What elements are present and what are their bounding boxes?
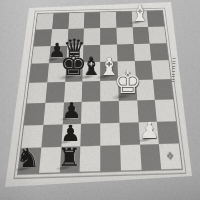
piece-black-rook-c1: ♜: [58, 145, 81, 170]
photo-layer: ❖ ♝♟♛♚♝♝♚♟♟♟♞♜: [0, 0, 200, 200]
white-bishop-glyph: ♝: [131, 3, 151, 25]
piece-white-king-f4: ♚: [114, 68, 142, 99]
piece-black-pawn-c3: ♟: [62, 100, 81, 122]
black-pawn-glyph: ♟: [62, 100, 81, 122]
chessboard-photo: ❖ ♝♟♛♚♝♝♚♟♟♟♞♜: [0, 0, 200, 200]
black-pawn-glyph: ♟: [61, 122, 81, 144]
black-rook-glyph: ♜: [58, 145, 81, 170]
black-knight-glyph: ♞: [16, 145, 40, 171]
piece-white-bishop-g8: ♝: [131, 3, 151, 25]
white-king-glyph: ♚: [114, 68, 142, 99]
pieces-layer: ♝♟♛♚♝♝♚♟♟♟♞♜: [0, 0, 200, 200]
piece-white-pawn-g2: ♟: [140, 120, 160, 142]
piece-black-pawn-c2: ♟: [61, 122, 81, 144]
white-pawn-glyph: ♟: [140, 120, 160, 142]
piece-black-knight-a1: ♞: [16, 145, 40, 171]
